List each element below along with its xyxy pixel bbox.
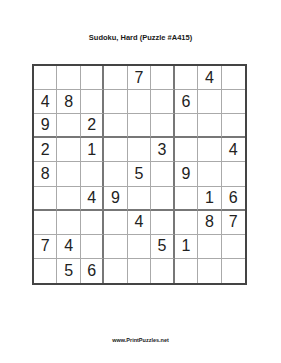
cell-r7c5: 4 <box>128 211 151 235</box>
cell-r9c3: 6 <box>81 259 104 283</box>
cell-r8c6: 5 <box>151 235 174 259</box>
cell-r1c3 <box>81 66 104 90</box>
cell-r1c9 <box>222 66 245 90</box>
cell-r8c8 <box>198 235 221 259</box>
cell-r7c3 <box>81 211 104 235</box>
cell-r3c1: 9 <box>34 114 57 138</box>
cell-r5c8 <box>198 162 221 186</box>
cell-r1c1 <box>34 66 57 90</box>
cell-r6c4: 9 <box>104 187 127 211</box>
cell-r9c6 <box>151 259 174 283</box>
cell-r5c7: 9 <box>175 162 198 186</box>
cell-r6c2 <box>57 187 80 211</box>
cell-r6c9: 6 <box>222 187 245 211</box>
sudoku-grid: 744869221348594916487745156 <box>32 64 247 285</box>
cell-r3c5 <box>128 114 151 138</box>
cell-r3c9 <box>222 114 245 138</box>
cell-r5c3 <box>81 162 104 186</box>
cell-r5c6 <box>151 162 174 186</box>
cell-r3c6 <box>151 114 174 138</box>
cell-r4c5 <box>128 138 151 162</box>
cell-r9c2: 5 <box>57 259 80 283</box>
cell-r3c4 <box>104 114 127 138</box>
cell-r2c3 <box>81 90 104 114</box>
cell-r3c8 <box>198 114 221 138</box>
cell-r5c5: 5 <box>128 162 151 186</box>
cell-r9c5 <box>128 259 151 283</box>
cell-r5c4 <box>104 162 127 186</box>
cell-r8c4 <box>104 235 127 259</box>
cell-r3c7 <box>175 114 198 138</box>
cell-r2c5 <box>128 90 151 114</box>
cell-r6c7 <box>175 187 198 211</box>
cell-r1c2 <box>57 66 80 90</box>
footer-url: www.PrintPuzzles.net <box>0 336 281 344</box>
cell-r4c6: 3 <box>151 138 174 162</box>
cell-r4c2 <box>57 138 80 162</box>
cell-r2c9 <box>222 90 245 114</box>
cell-r8c1: 7 <box>34 235 57 259</box>
cell-r4c4 <box>104 138 127 162</box>
cell-r1c6 <box>151 66 174 90</box>
cell-r6c3: 4 <box>81 187 104 211</box>
cell-r3c2 <box>57 114 80 138</box>
cell-r9c8 <box>198 259 221 283</box>
cell-r9c7 <box>175 259 198 283</box>
cell-r9c1 <box>34 259 57 283</box>
cell-r5c2 <box>57 162 80 186</box>
cell-r2c8 <box>198 90 221 114</box>
cell-r3c3: 2 <box>81 114 104 138</box>
cell-r7c9: 7 <box>222 211 245 235</box>
cell-r5c1: 8 <box>34 162 57 186</box>
cell-r2c6 <box>151 90 174 114</box>
cell-r2c2: 8 <box>57 90 80 114</box>
cell-r7c4 <box>104 211 127 235</box>
cell-r4c9: 4 <box>222 138 245 162</box>
cell-r1c7 <box>175 66 198 90</box>
cell-r7c1 <box>34 211 57 235</box>
cell-r8c7: 1 <box>175 235 198 259</box>
cell-r8c9 <box>222 235 245 259</box>
cell-r8c3 <box>81 235 104 259</box>
cell-r4c8 <box>198 138 221 162</box>
cell-r1c8: 4 <box>198 66 221 90</box>
cell-r5c9 <box>222 162 245 186</box>
cell-r7c8: 8 <box>198 211 221 235</box>
cell-r7c2 <box>57 211 80 235</box>
cell-r2c4 <box>104 90 127 114</box>
puzzle-title: Sudoku, Hard (Puzzle #A415) <box>0 33 281 43</box>
cell-r2c1: 4 <box>34 90 57 114</box>
cell-r6c5 <box>128 187 151 211</box>
cell-r6c8: 1 <box>198 187 221 211</box>
cell-r8c2: 4 <box>57 235 80 259</box>
cell-r9c4 <box>104 259 127 283</box>
page: Sudoku, Hard (Puzzle #A415) 744869221348… <box>0 0 281 363</box>
cell-r7c6 <box>151 211 174 235</box>
cell-r1c4 <box>104 66 127 90</box>
cell-r6c1 <box>34 187 57 211</box>
cell-r6c6 <box>151 187 174 211</box>
cell-r2c7: 6 <box>175 90 198 114</box>
cell-r1c5: 7 <box>128 66 151 90</box>
cell-r9c9 <box>222 259 245 283</box>
cell-r8c5 <box>128 235 151 259</box>
cell-r4c1: 2 <box>34 138 57 162</box>
cell-r7c7 <box>175 211 198 235</box>
cell-r4c3: 1 <box>81 138 104 162</box>
cell-r4c7 <box>175 138 198 162</box>
